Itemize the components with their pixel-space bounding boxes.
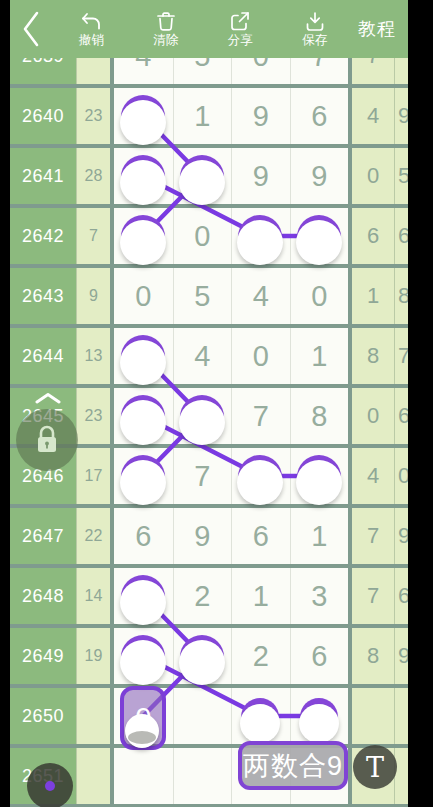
period-cell-2642: 2642: [10, 208, 76, 264]
digit-cell-2650-2[interactable]: [173, 688, 232, 744]
sum-cell-2649: 19: [76, 628, 110, 684]
circled-digit-token-2648-1[interactable]: 8: [121, 575, 165, 619]
table-row-2650: 2650: [10, 688, 408, 748]
digit-cell-2649-3[interactable]: 2: [231, 628, 290, 684]
trend-cell-2644-2[interactable]: 7: [394, 328, 408, 384]
circled-digit-token-2644-1[interactable]: 8: [121, 335, 165, 379]
trend-cell-2651-2[interactable]: [394, 748, 408, 804]
circled-digit-token-2646-3[interactable]: 0: [238, 455, 282, 499]
boxed-digit-token-2650-1[interactable]: 0: [120, 686, 166, 750]
undo-label: 撤销: [79, 34, 104, 47]
circled-digit-token-2642-1[interactable]: 1: [121, 215, 165, 259]
toolbar: 撤销 清除 分享: [10, 0, 408, 58]
period-cell-2641: 2641: [10, 148, 76, 204]
digit-cell-2647-1[interactable]: 6: [114, 508, 173, 564]
digit-cell-2644-2[interactable]: 4: [173, 328, 232, 384]
trend-cell-2650-1[interactable]: [352, 688, 394, 744]
table-row-2643: 26439054018: [10, 268, 408, 328]
circled-digit-token-2641-2[interactable]: 9: [180, 155, 224, 199]
sum-cell-2648: 14: [76, 568, 110, 624]
digit-cell-2640-3[interactable]: 9: [231, 88, 290, 144]
share-icon: [229, 11, 251, 32]
app-window: 2639450772640237196492641281999052642710…: [10, 0, 408, 807]
undo-button[interactable]: 撤销: [79, 12, 104, 47]
chevron-up-icon[interactable]: [34, 392, 62, 404]
trend-cell-2647-2[interactable]: 9: [394, 508, 408, 564]
download-icon: [304, 11, 326, 32]
sum-cell-2641: 28: [76, 148, 110, 204]
digit-cell-2648-2[interactable]: 2: [173, 568, 232, 624]
table-row-2642: 26427102466: [10, 208, 408, 268]
sum-annotation-label[interactable]: 两数合9: [238, 741, 348, 790]
undo-icon: [80, 12, 102, 32]
share-button[interactable]: 分享: [228, 11, 253, 47]
period-cell-2644: 2644: [10, 328, 76, 384]
table-row-2647: 264722696179: [10, 508, 408, 568]
trend-cell-2643-2[interactable]: 8: [394, 268, 408, 324]
circled-digit-token-2641-1[interactable]: 1: [121, 155, 165, 199]
table-row-2648: 264814821376: [10, 568, 408, 628]
digit-cell-2641-3[interactable]: 9: [231, 148, 290, 204]
trend-cell-2643-1[interactable]: 1: [352, 268, 394, 324]
trend-cell-2644-1[interactable]: 8: [352, 328, 394, 384]
trend-cell-2646-2[interactable]: 0: [394, 448, 408, 504]
digit-cell-2645-4[interactable]: 8: [290, 388, 349, 444]
trend-cell-2642-1[interactable]: 6: [352, 208, 394, 264]
digit-cell-2640-2[interactable]: 1: [173, 88, 232, 144]
back-button[interactable]: [10, 0, 52, 58]
clear-button[interactable]: 清除: [153, 11, 178, 47]
circled-digit-token-2649-2[interactable]: 6: [180, 635, 224, 679]
circled-digit-token-2642-4[interactable]: 4: [297, 215, 341, 259]
sum-cell-2645: 23: [76, 388, 110, 444]
circled-digit-token-2646-4[interactable]: 3: [297, 455, 341, 499]
trash-icon: [155, 11, 177, 32]
sum-cell-2651: [76, 748, 110, 804]
period-cell-2648: 2648: [10, 568, 76, 624]
filled-dot-token-2650-3[interactable]: [241, 698, 279, 736]
period-cell-2640: 2640: [10, 88, 76, 144]
circled-digit-token-2645-1[interactable]: 5: [121, 395, 165, 439]
trend-cell-2649-1[interactable]: 8: [352, 628, 394, 684]
sum-cell-2650: [76, 688, 110, 744]
back-chevron-icon: [21, 10, 41, 48]
trend-cell-2650-2[interactable]: [394, 688, 408, 744]
digit-cell-2648-4[interactable]: 3: [290, 568, 349, 624]
filled-dot-token-2650-4[interactable]: [300, 698, 338, 736]
digit-cell-2647-2[interactable]: 9: [173, 508, 232, 564]
trend-cell-2649-2[interactable]: 9: [394, 628, 408, 684]
circled-digit-token-2642-3[interactable]: 2: [238, 215, 282, 259]
sum-cell-2643: 9: [76, 268, 110, 324]
sum-cell-2644: 13: [76, 328, 110, 384]
digit-cell-2651-2[interactable]: [173, 748, 232, 804]
tutorial-button[interactable]: 教程: [358, 17, 396, 41]
sum-cell-2640: 23: [76, 88, 110, 144]
digit-cell-2641-4[interactable]: 9: [290, 148, 349, 204]
digit-cell-2643-2[interactable]: 5: [173, 268, 232, 324]
trend-cell-2648-2[interactable]: 6: [394, 568, 408, 624]
sum-cell-2647: 22: [76, 508, 110, 564]
digit-cell-2640-4[interactable]: 6: [290, 88, 349, 144]
table-row-2644: 264413840187: [10, 328, 408, 388]
digit-cell-2647-4[interactable]: 1: [290, 508, 349, 564]
digit-cell-2642-2[interactable]: 0: [173, 208, 232, 264]
circled-digit-token-2649-1[interactable]: 5: [121, 635, 165, 679]
digit-cell-2651-1[interactable]: [114, 748, 173, 804]
trend-cell-2645-2[interactable]: 6: [394, 388, 408, 444]
period-cell-2647: 2647: [10, 508, 76, 564]
period-cell-2650: 2650: [10, 688, 76, 744]
trend-cell-2648-1[interactable]: 7: [352, 568, 394, 624]
digit-cell-2644-4[interactable]: 1: [290, 328, 349, 384]
trend-cell-2641-1[interactable]: 0: [352, 148, 394, 204]
digit-cell-2647-3[interactable]: 6: [231, 508, 290, 564]
digit-cell-2644-3[interactable]: 0: [231, 328, 290, 384]
lock-icon: [33, 424, 61, 456]
trend-cell-2640-2[interactable]: 9: [394, 88, 408, 144]
trend-cell-2640-1[interactable]: 4: [352, 88, 394, 144]
toolbar-tools: 撤销 清除 分享: [52, 11, 354, 47]
lock-button[interactable]: [16, 409, 78, 471]
circled-digit-token-2640-1[interactable]: 7: [121, 95, 165, 139]
digit-cell-2643-4[interactable]: 0: [290, 268, 349, 324]
text-tool-button[interactable]: T: [353, 745, 397, 789]
digit-cell-2643-3[interactable]: 4: [231, 268, 290, 324]
share-label: 分享: [228, 34, 253, 47]
sum-cell-2642: 7: [76, 208, 110, 264]
trend-cell-2641-2[interactable]: 5: [394, 148, 408, 204]
trend-cell-2647-1[interactable]: 7: [352, 508, 394, 564]
brush-color-dot: [45, 781, 55, 791]
save-label: 保存: [302, 34, 327, 47]
period-cell-2649: 2649: [10, 628, 76, 684]
digit-cell-2648-3[interactable]: 1: [231, 568, 290, 624]
clear-label: 清除: [153, 34, 178, 47]
trend-cell-2642-2[interactable]: 6: [394, 208, 408, 264]
trend-cell-2645-1[interactable]: 0: [352, 388, 394, 444]
sum-cell-2646: 17: [76, 448, 110, 504]
save-button[interactable]: 保存: [302, 11, 327, 47]
brush-tool-button[interactable]: [27, 763, 73, 807]
circled-digit-token-2645-2[interactable]: 3: [180, 395, 224, 439]
circled-digit-token-2646-1[interactable]: 7: [121, 455, 165, 499]
digit-cell-2645-3[interactable]: 7: [231, 388, 290, 444]
period-cell-2643: 2643: [10, 268, 76, 324]
table-row-2640: 264023719649: [10, 88, 408, 148]
trend-cell-2646-1[interactable]: 4: [352, 448, 394, 504]
digit-cell-2646-2[interactable]: 7: [173, 448, 232, 504]
digit-cell-2643-1[interactable]: 0: [114, 268, 173, 324]
digit-cell-2649-4[interactable]: 6: [290, 628, 349, 684]
